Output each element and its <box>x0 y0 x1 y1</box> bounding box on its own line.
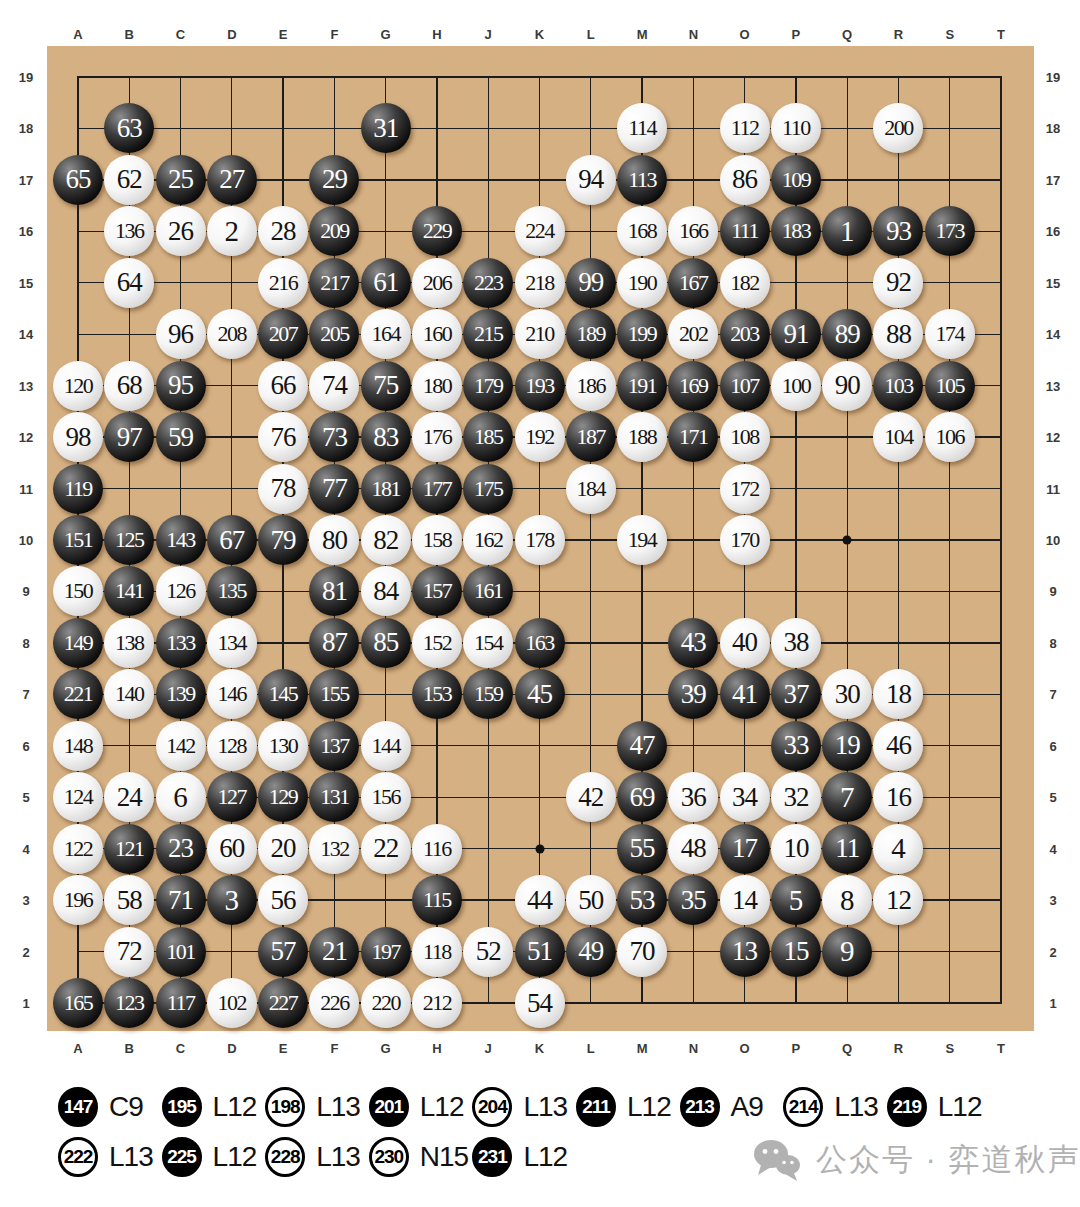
caption-point-label: L13 <box>316 1091 360 1123</box>
caption-entry: 211L12 <box>576 1087 671 1127</box>
caption-entry: 230N15 <box>369 1137 468 1177</box>
kifu-page: AABBCCDDEEFFGGHHJJKKLLMMNNOOPPQQRRSSTT19… <box>0 0 1080 1207</box>
caption-entry: 214L13 <box>783 1087 878 1127</box>
caption-move-circle: 214 <box>783 1087 823 1127</box>
caption-move-circle: 222 <box>58 1137 98 1177</box>
caption-point-label: L13 <box>109 1141 153 1173</box>
caption-entry: 204L13 <box>472 1087 567 1127</box>
caption-entry: 219L12 <box>887 1087 982 1127</box>
caption-entry: 195L12 <box>162 1087 257 1127</box>
caption-point-label: L12 <box>938 1091 982 1123</box>
caption-entry: 213A9 <box>680 1087 763 1127</box>
caption-move-circle: 230 <box>369 1137 409 1177</box>
caption-point-label: N15 <box>420 1141 468 1173</box>
caption-moves: 147C9195L12198L13201L12204L13211L12213A9… <box>0 0 1080 1207</box>
caption-move-circle: 204 <box>472 1087 512 1127</box>
wechat-icon <box>752 1138 802 1182</box>
caption-point-label: L12 <box>420 1091 464 1123</box>
caption-point-label: L13 <box>523 1091 567 1123</box>
caption-point-label: L12 <box>213 1141 257 1173</box>
watermark: 公众号 · 弈道秋声 <box>752 1138 1080 1182</box>
caption-move-circle: 147 <box>58 1087 98 1127</box>
caption-point-label: L13 <box>316 1141 360 1173</box>
caption-point-label: A9 <box>731 1091 763 1123</box>
caption-entry: 231L12 <box>472 1137 567 1177</box>
caption-entry: 225L12 <box>162 1137 257 1177</box>
watermark-text: 公众号 · 弈道秋声 <box>816 1139 1080 1181</box>
caption-entry: 147C9 <box>58 1087 143 1127</box>
caption-entry: 228L13 <box>265 1137 360 1177</box>
caption-entry: 201L12 <box>369 1087 464 1127</box>
caption-move-circle: 213 <box>680 1087 720 1127</box>
caption-move-circle: 228 <box>265 1137 305 1177</box>
caption-move-circle: 201 <box>369 1087 409 1127</box>
caption-move-circle: 231 <box>472 1137 512 1177</box>
caption-move-circle: 195 <box>162 1087 202 1127</box>
caption-move-circle: 198 <box>265 1087 305 1127</box>
caption-move-circle: 225 <box>162 1137 202 1177</box>
caption-point-label: L12 <box>627 1091 671 1123</box>
caption-point-label: L12 <box>523 1141 567 1173</box>
caption-entry: 222L13 <box>58 1137 153 1177</box>
caption-point-label: L12 <box>213 1091 257 1123</box>
caption-move-circle: 219 <box>887 1087 927 1127</box>
caption-point-label: C9 <box>109 1091 143 1123</box>
caption-move-circle: 211 <box>576 1087 616 1127</box>
caption-point-label: L13 <box>834 1091 878 1123</box>
caption-entry: 198L13 <box>265 1087 360 1127</box>
